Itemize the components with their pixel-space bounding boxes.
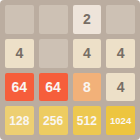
empty-cell — [39, 5, 68, 34]
tile-64: 64 — [5, 73, 34, 102]
tile-1024: 1024 — [106, 106, 135, 135]
empty-cell — [39, 39, 68, 68]
tile-4: 4 — [73, 39, 102, 68]
tile-128: 128 — [5, 106, 34, 135]
board-2048[interactable]: 24446464841282565121024 — [0, 0, 140, 140]
tile-4: 4 — [5, 39, 34, 68]
tile-4: 4 — [106, 73, 135, 102]
empty-cell — [106, 5, 135, 34]
tile-4: 4 — [106, 39, 135, 68]
tile-256: 256 — [39, 106, 68, 135]
empty-cell — [5, 5, 34, 34]
tile-2: 2 — [73, 5, 102, 34]
tile-512: 512 — [73, 106, 102, 135]
tile-64: 64 — [39, 73, 68, 102]
tile-8: 8 — [73, 73, 102, 102]
